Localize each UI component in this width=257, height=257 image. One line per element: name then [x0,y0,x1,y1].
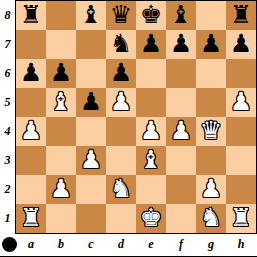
rank-label-1: 1 [0,204,15,233]
square-d8[interactable]: ♛ [106,1,136,30]
square-h4[interactable] [226,117,256,146]
square-h7[interactable]: ♟ [226,30,256,59]
file-label-h: h [226,234,256,255]
square-e1[interactable]: ♚ [136,204,166,233]
square-a2[interactable] [16,175,46,204]
square-f5[interactable] [166,88,196,117]
square-h3[interactable] [226,146,256,175]
white-pawn-c3: ♟ [76,146,106,175]
square-b8[interactable] [46,1,76,30]
file-labels: abcdefgh [16,234,256,255]
white-rook-a1: ♜ [16,204,46,233]
square-g4[interactable]: ♛ [196,117,226,146]
white-pawn-a4: ♟ [16,117,46,146]
square-e6[interactable] [136,59,166,88]
black-pawn-f7: ♟ [166,30,196,59]
turn-indicator-icon [2,237,17,252]
white-queen-g4: ♛ [196,117,226,146]
square-c3[interactable]: ♟ [76,146,106,175]
black-pawn-e7: ♟ [136,30,166,59]
square-d4[interactable] [106,117,136,146]
square-f7[interactable]: ♟ [166,30,196,59]
black-pawn-d6: ♟ [106,59,136,88]
black-bishop-c8: ♝ [76,1,106,30]
file-label-g: g [196,234,226,255]
square-e5[interactable] [136,88,166,117]
square-d1[interactable] [106,204,136,233]
square-e4[interactable]: ♟ [136,117,166,146]
rank-labels: 87654321 [0,1,15,233]
square-f3[interactable] [166,146,196,175]
rank-label-4: 4 [0,117,15,146]
square-f1[interactable] [166,204,196,233]
square-e3[interactable]: ♝ [136,146,166,175]
square-b6[interactable]: ♟ [46,59,76,88]
square-h6[interactable] [226,59,256,88]
square-a5[interactable] [16,88,46,117]
square-b1[interactable] [46,204,76,233]
square-g2[interactable]: ♟ [196,175,226,204]
square-c4[interactable] [76,117,106,146]
board: ♜♝♛♚♝♜♞♟♟♟♟♟♟♟♝♟♟♟♟♟♟♛♟♝♟♞♟♜♚♞♜ [15,0,257,234]
rank-label-8: 8 [0,1,15,30]
square-g5[interactable] [196,88,226,117]
white-pawn-f4: ♟ [166,117,196,146]
square-d2[interactable]: ♞ [106,175,136,204]
square-a3[interactable] [16,146,46,175]
white-rook-h1: ♜ [226,204,256,233]
black-rook-h8: ♜ [226,1,256,30]
square-c5[interactable]: ♟ [76,88,106,117]
black-queen-d8: ♛ [106,1,136,30]
white-pawn-g2: ♟ [196,175,226,204]
white-pawn-d5: ♟ [106,88,136,117]
black-pawn-c5: ♟ [76,88,106,117]
file-label-d: d [106,234,136,255]
square-d6[interactable]: ♟ [106,59,136,88]
chess-diagram: 87654321 ♜♝♛♚♝♜♞♟♟♟♟♟♟♟♝♟♟♟♟♟♟♛♟♝♟♞♟♜♚♞♜… [0,0,257,257]
black-rook-a8: ♜ [16,1,46,30]
square-h5[interactable]: ♟ [226,88,256,117]
square-b3[interactable] [46,146,76,175]
square-b7[interactable] [46,30,76,59]
square-g8[interactable] [196,1,226,30]
square-d7[interactable]: ♞ [106,30,136,59]
file-label-f: f [166,234,196,255]
file-label-c: c [76,234,106,255]
square-e7[interactable]: ♟ [136,30,166,59]
white-knight-g1: ♞ [196,204,226,233]
square-g3[interactable] [196,146,226,175]
square-f4[interactable]: ♟ [166,117,196,146]
black-pawn-h7: ♟ [226,30,256,59]
square-e8[interactable]: ♚ [136,1,166,30]
square-g7[interactable]: ♟ [196,30,226,59]
white-pawn-e4: ♟ [136,117,166,146]
white-pawn-b2: ♟ [46,175,76,204]
square-c1[interactable] [76,204,106,233]
rank-label-7: 7 [0,30,15,59]
square-a6[interactable]: ♟ [16,59,46,88]
rank-label-3: 3 [0,146,15,175]
square-f6[interactable] [166,59,196,88]
square-a7[interactable] [16,30,46,59]
square-e2[interactable] [136,175,166,204]
white-king-e1: ♚ [136,204,166,233]
file-label-b: b [46,234,76,255]
square-c6[interactable] [76,59,106,88]
square-g1[interactable]: ♞ [196,204,226,233]
rank-label-5: 5 [0,88,15,117]
rank-label-2: 2 [0,175,15,204]
bottom-strip: abcdefgh [0,234,257,256]
white-pawn-h5: ♟ [226,88,256,117]
rank-label-6: 6 [0,59,15,88]
white-bishop-e3: ♝ [136,146,166,175]
black-king-e8: ♚ [136,1,166,30]
square-f8[interactable]: ♝ [166,1,196,30]
black-pawn-b6: ♟ [46,59,76,88]
square-h2[interactable] [226,175,256,204]
square-h8[interactable]: ♜ [226,1,256,30]
square-f2[interactable] [166,175,196,204]
square-d5[interactable]: ♟ [106,88,136,117]
black-bishop-f8: ♝ [166,1,196,30]
square-h1[interactable]: ♜ [226,204,256,233]
file-label-e: e [136,234,166,255]
square-d3[interactable] [106,146,136,175]
square-a1[interactable]: ♜ [16,204,46,233]
file-label-a: a [16,234,46,255]
black-pawn-a6: ♟ [16,59,46,88]
black-pawn-g7: ♟ [196,30,226,59]
square-a4[interactable]: ♟ [16,117,46,146]
white-knight-d2: ♞ [106,175,136,204]
square-c8[interactable]: ♝ [76,1,106,30]
square-b4[interactable] [46,117,76,146]
square-a8[interactable]: ♜ [16,1,46,30]
white-bishop-b5: ♝ [46,88,76,117]
black-knight-d7: ♞ [106,30,136,59]
square-c7[interactable] [76,30,106,59]
square-b2[interactable]: ♟ [46,175,76,204]
square-c2[interactable] [76,175,106,204]
square-b5[interactable]: ♝ [46,88,76,117]
square-g6[interactable] [196,59,226,88]
